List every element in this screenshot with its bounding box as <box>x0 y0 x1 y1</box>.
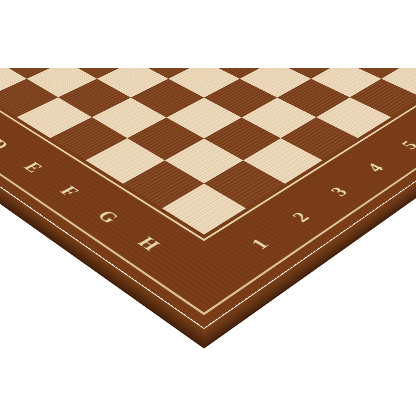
chess-board: ABCDEFGH 87654321 <box>0 68 416 328</box>
chessboard-product-photo: ABCDEFGH 87654321 <box>0 0 416 416</box>
photo-area: ABCDEFGH 87654321 <box>0 68 416 416</box>
